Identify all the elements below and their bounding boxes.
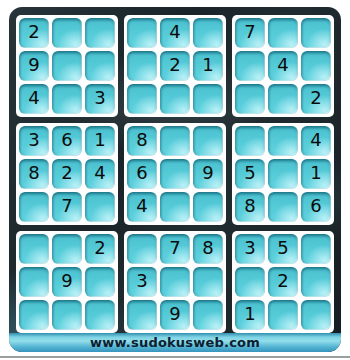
sudoku-cell[interactable]: [85, 51, 115, 81]
given-digit: 5: [277, 239, 288, 257]
sudoku-cell[interactable]: [235, 51, 265, 81]
given-digit: 3: [244, 239, 255, 257]
sudoku-cell[interactable]: 4: [268, 51, 298, 81]
sudoku-box: 29: [16, 231, 118, 333]
sudoku-cell[interactable]: [193, 267, 223, 297]
given-digit: 4: [277, 56, 288, 74]
sudoku-cell[interactable]: [19, 192, 49, 222]
sudoku-cell[interactable]: [52, 84, 82, 114]
given-digit: 3: [28, 131, 39, 149]
sudoku-cell[interactable]: [19, 267, 49, 297]
given-digit: 7: [244, 23, 255, 41]
given-digit: 2: [28, 23, 39, 41]
given-digit: 1: [94, 131, 105, 149]
sudoku-cell[interactable]: 7: [52, 192, 82, 222]
sudoku-cell[interactable]: 4: [301, 126, 331, 156]
sudoku-cell[interactable]: 3: [127, 267, 157, 297]
sudoku-cell[interactable]: [127, 300, 157, 330]
sudoku-cell[interactable]: 4: [160, 18, 190, 48]
sudoku-cell[interactable]: [85, 18, 115, 48]
sudoku-cell[interactable]: [85, 192, 115, 222]
sudoku-cell[interactable]: [268, 159, 298, 189]
sudoku-cell[interactable]: 7: [160, 234, 190, 264]
given-digit: 3: [94, 89, 105, 107]
sudoku-cell[interactable]: 3: [85, 84, 115, 114]
sudoku-cell[interactable]: 2: [19, 18, 49, 48]
sudoku-cell[interactable]: [301, 300, 331, 330]
sudoku-cell[interactable]: 4: [127, 192, 157, 222]
sudoku-cell[interactable]: [19, 300, 49, 330]
sudoku-cell[interactable]: [160, 159, 190, 189]
sudoku-box: 2943: [16, 15, 118, 117]
sudoku-box: 8694: [124, 123, 226, 225]
given-digit: 4: [94, 164, 105, 182]
sudoku-cell[interactable]: 2: [52, 159, 82, 189]
given-digit: 9: [202, 164, 213, 182]
bottom-divider: [0, 356, 350, 358]
given-digit: 8: [28, 164, 39, 182]
sudoku-cell[interactable]: 8: [127, 126, 157, 156]
sudoku-cell[interactable]: [127, 234, 157, 264]
sudoku-cell[interactable]: [235, 126, 265, 156]
sudoku-box: 421: [124, 15, 226, 117]
given-digit: 1: [310, 164, 321, 182]
given-digit: 5: [244, 164, 255, 182]
sudoku-box: 7839: [124, 231, 226, 333]
sudoku-box: 3618247: [16, 123, 118, 225]
sudoku-cell[interactable]: [235, 267, 265, 297]
sudoku-cell[interactable]: [52, 51, 82, 81]
sudoku-cell[interactable]: [193, 192, 223, 222]
sudoku-grid: 294342174236182478694451862978393521: [16, 15, 334, 333]
given-digit: 8: [136, 131, 147, 149]
sudoku-cell[interactable]: [127, 51, 157, 81]
sudoku-cell[interactable]: 2: [160, 51, 190, 81]
sudoku-cell[interactable]: [193, 84, 223, 114]
sudoku-cell[interactable]: [52, 234, 82, 264]
sudoku-cell[interactable]: 3: [19, 126, 49, 156]
given-digit: 2: [94, 239, 105, 257]
given-digit: 4: [136, 197, 147, 215]
sudoku-cell[interactable]: 5: [235, 159, 265, 189]
sudoku-cell[interactable]: 4: [19, 84, 49, 114]
sudoku-cell[interactable]: [268, 84, 298, 114]
sudoku-cell[interactable]: [160, 267, 190, 297]
given-digit: 9: [169, 305, 180, 323]
given-digit: 9: [61, 272, 72, 290]
sudoku-cell[interactable]: [193, 300, 223, 330]
sudoku-board: 294342174236182478694451862978393521 www…: [9, 7, 341, 352]
sudoku-cell[interactable]: [19, 234, 49, 264]
sudoku-cell[interactable]: 9: [52, 267, 82, 297]
sudoku-cell[interactable]: [85, 267, 115, 297]
sudoku-cell[interactable]: [127, 18, 157, 48]
given-digit: 8: [244, 197, 255, 215]
sudoku-cell[interactable]: 2: [268, 267, 298, 297]
sudoku-cell[interactable]: 2: [85, 234, 115, 264]
sudoku-cell[interactable]: [301, 18, 331, 48]
given-digit: 8: [202, 239, 213, 257]
site-label: www.sudokusweb.com: [90, 335, 260, 350]
given-digit: 2: [61, 164, 72, 182]
sudoku-cell[interactable]: 1: [85, 126, 115, 156]
given-digit: 7: [61, 197, 72, 215]
given-digit: 2: [310, 89, 321, 107]
given-digit: 1: [202, 56, 213, 74]
sudoku-cell[interactable]: [235, 84, 265, 114]
sudoku-cell[interactable]: [301, 267, 331, 297]
sudoku-cell[interactable]: [268, 126, 298, 156]
sudoku-cell[interactable]: [127, 84, 157, 114]
sudoku-cell[interactable]: 8: [193, 234, 223, 264]
sudoku-cell[interactable]: [268, 192, 298, 222]
given-digit: 7: [169, 239, 180, 257]
given-digit: 1: [244, 305, 255, 323]
sudoku-cell[interactable]: 7: [235, 18, 265, 48]
sudoku-cell[interactable]: 9: [160, 300, 190, 330]
sudoku-cell[interactable]: [160, 126, 190, 156]
given-digit: 4: [310, 131, 321, 149]
sudoku-cell[interactable]: 3: [235, 234, 265, 264]
sudoku-cell[interactable]: 9: [19, 51, 49, 81]
given-digit: 6: [61, 131, 72, 149]
given-digit: 6: [310, 197, 321, 215]
sudoku-cell[interactable]: [301, 51, 331, 81]
sudoku-cell[interactable]: 1: [193, 51, 223, 81]
given-digit: 6: [136, 164, 147, 182]
given-digit: 2: [169, 56, 180, 74]
sudoku-cell[interactable]: [160, 192, 190, 222]
sudoku-cell[interactable]: 9: [193, 159, 223, 189]
sudoku-box: 45186: [232, 123, 334, 225]
sudoku-cell[interactable]: [193, 18, 223, 48]
given-digit: 3: [136, 272, 147, 290]
sudoku-cell[interactable]: 6: [52, 126, 82, 156]
given-digit: 4: [28, 89, 39, 107]
sudoku-box: 742: [232, 15, 334, 117]
sudoku-cell[interactable]: [268, 300, 298, 330]
sudoku-cell[interactable]: 1: [301, 159, 331, 189]
sudoku-box: 3521: [232, 231, 334, 333]
given-digit: 9: [28, 56, 39, 74]
sudoku-cell[interactable]: 6: [127, 159, 157, 189]
sudoku-cell[interactable]: 6: [301, 192, 331, 222]
site-link[interactable]: www.sudokusweb.com: [9, 333, 341, 352]
page: 294342174236182478694451862978393521 www…: [0, 0, 350, 360]
sudoku-cell[interactable]: 8: [19, 159, 49, 189]
sudoku-cell[interactable]: 2: [301, 84, 331, 114]
sudoku-cell[interactable]: [85, 300, 115, 330]
sudoku-cell[interactable]: [301, 234, 331, 264]
sudoku-cell[interactable]: [193, 126, 223, 156]
sudoku-cell[interactable]: 1: [235, 300, 265, 330]
sudoku-cell[interactable]: [52, 18, 82, 48]
given-digit: 4: [169, 23, 180, 41]
sudoku-cell[interactable]: 4: [85, 159, 115, 189]
sudoku-cell[interactable]: [268, 18, 298, 48]
given-digit: 2: [277, 272, 288, 290]
sudoku-cell[interactable]: [52, 300, 82, 330]
sudoku-cell[interactable]: 5: [268, 234, 298, 264]
sudoku-cell[interactable]: [160, 84, 190, 114]
sudoku-cell[interactable]: 8: [235, 192, 265, 222]
